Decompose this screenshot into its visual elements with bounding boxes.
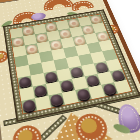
medallion-ornament — [11, 123, 43, 140]
checker-piece-dark[interactable] — [50, 94, 64, 107]
ornate-board-surface — [0, 0, 140, 140]
board-frame — [3, 9, 140, 122]
checker-piece-dark[interactable] — [22, 99, 36, 112]
scallop-ornament — [42, 0, 74, 11]
board-square[interactable] — [114, 80, 131, 94]
photo-background — [0, 0, 140, 140]
medallion-ornament — [72, 111, 111, 140]
scallop-ornament — [70, 0, 94, 11]
